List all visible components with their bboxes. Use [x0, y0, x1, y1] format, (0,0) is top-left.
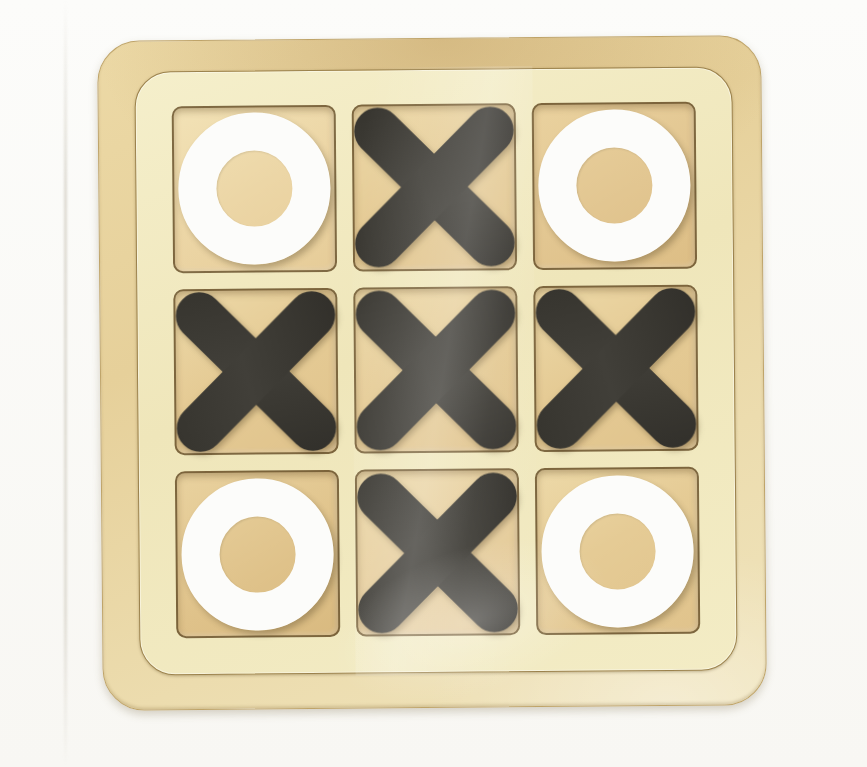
backdrop-card-edge: [64, 0, 67, 767]
board-grid: [135, 67, 736, 674]
tictactoe-board: [97, 35, 767, 711]
cell-r2c3[interactable]: [533, 284, 698, 452]
board-grid-frame: [134, 66, 737, 675]
x-piece[interactable]: [175, 291, 336, 452]
o-piece[interactable]: [538, 109, 691, 262]
cell-r3c2[interactable]: [355, 469, 520, 637]
cell-r1c2[interactable]: [352, 103, 517, 271]
cell-r3c3[interactable]: [535, 467, 700, 635]
o-piece[interactable]: [181, 478, 334, 631]
o-piece[interactable]: [541, 474, 694, 627]
cell-r2c1[interactable]: [173, 287, 338, 455]
cell-r1c3[interactable]: [532, 102, 697, 270]
x-piece[interactable]: [357, 472, 518, 633]
x-piece[interactable]: [535, 288, 696, 449]
cell-r3c1[interactable]: [175, 470, 340, 638]
x-piece[interactable]: [354, 107, 515, 268]
cell-r1c1[interactable]: [172, 105, 337, 273]
scene: [0, 0, 867, 767]
o-piece[interactable]: [178, 112, 331, 265]
cell-r2c2[interactable]: [353, 286, 518, 454]
x-piece[interactable]: [355, 289, 516, 450]
